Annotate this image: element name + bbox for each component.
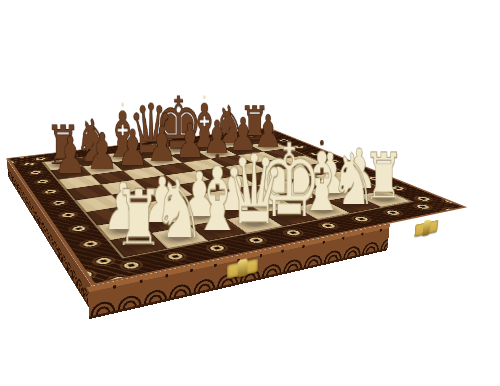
chess-set-product-photo: ♜♞♝♛♚♝♞♜♟♟♟♟♟♟♟♟♟♟♟♟♟♟♟♟♜♞♝♛♚♝♞♜ — [0, 0, 500, 386]
piece-white-rook-a1: ♜ — [105, 180, 171, 243]
piece-brown-pawn-a7: ♟ — [49, 130, 93, 172]
chess-board: ♜♞♝♛♚♝♞♜♟♟♟♟♟♟♟♟♟♟♟♟♟♟♟♟♜♞♝♛♚♝♞♜ — [6, 127, 467, 286]
